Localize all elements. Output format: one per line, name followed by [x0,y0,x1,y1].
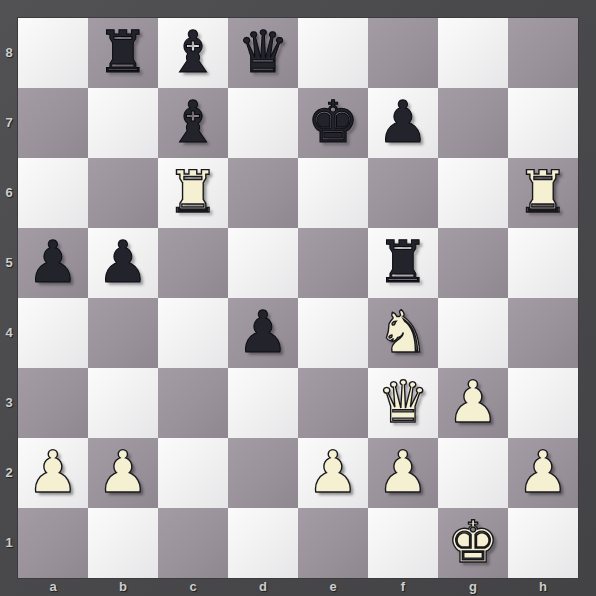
square-a5[interactable]: ♟ [18,228,88,298]
square-f5[interactable]: ♜ [368,228,438,298]
square-c5[interactable] [158,228,228,298]
square-e3[interactable] [298,368,368,438]
square-a8[interactable] [18,18,88,88]
square-a4[interactable] [18,298,88,368]
square-d8[interactable]: ♛ [228,18,298,88]
square-e2[interactable]: ♟ [298,438,368,508]
square-d5[interactable] [228,228,298,298]
square-h3[interactable] [508,368,578,438]
square-h6[interactable]: ♜ [508,158,578,228]
black-pawn-b5[interactable]: ♟ [88,228,158,298]
square-f6[interactable] [368,158,438,228]
black-rook-f5[interactable]: ♜ [368,228,438,298]
white-pawn-e2[interactable]: ♟ [298,438,368,508]
square-g7[interactable] [438,88,508,158]
square-f2[interactable]: ♟ [368,438,438,508]
square-g4[interactable] [438,298,508,368]
white-pawn-f2[interactable]: ♟ [368,438,438,508]
square-h1[interactable] [508,508,578,578]
square-a6[interactable] [18,158,88,228]
white-knight-f4[interactable]: ♞ [368,298,438,368]
rank-label-7: 7 [0,88,18,158]
square-h7[interactable] [508,88,578,158]
square-g1[interactable]: ♚ [438,508,508,578]
black-pawn-a5[interactable]: ♟ [18,228,88,298]
white-pawn-b2[interactable]: ♟ [88,438,158,508]
file-label-c: c [158,578,228,596]
square-g6[interactable] [438,158,508,228]
square-g8[interactable] [438,18,508,88]
square-e5[interactable] [298,228,368,298]
white-pawn-g3[interactable]: ♟ [438,368,508,438]
square-a2[interactable]: ♟ [18,438,88,508]
white-queen-f3[interactable]: ♛ [368,368,438,438]
square-b4[interactable] [88,298,158,368]
rank-label-2: 2 [0,438,18,508]
file-label-b: b [88,578,158,596]
square-b7[interactable] [88,88,158,158]
rank-label-3: 3 [0,368,18,438]
square-g5[interactable] [438,228,508,298]
square-b8[interactable]: ♜ [88,18,158,88]
square-d1[interactable] [228,508,298,578]
black-king-e7[interactable]: ♚ [298,88,368,158]
black-queen-d8[interactable]: ♛ [228,18,298,88]
file-label-e: e [298,578,368,596]
square-e8[interactable] [298,18,368,88]
white-king-g1[interactable]: ♚ [438,508,508,578]
square-a7[interactable] [18,88,88,158]
file-label-h: h [508,578,578,596]
square-e7[interactable]: ♚ [298,88,368,158]
black-pawn-f7[interactable]: ♟ [368,88,438,158]
square-h5[interactable] [508,228,578,298]
white-pawn-h2[interactable]: ♟ [508,438,578,508]
white-rook-c6[interactable]: ♜ [158,158,228,228]
square-a3[interactable] [18,368,88,438]
black-rook-b8[interactable]: ♜ [88,18,158,88]
square-e4[interactable] [298,298,368,368]
square-f1[interactable] [368,508,438,578]
square-b1[interactable] [88,508,158,578]
square-d7[interactable] [228,88,298,158]
square-e6[interactable] [298,158,368,228]
file-label-a: a [18,578,88,596]
black-bishop-c8[interactable]: ♝ [158,18,228,88]
rank-label-5: 5 [0,228,18,298]
square-b3[interactable] [88,368,158,438]
rank-label-4: 4 [0,298,18,368]
square-b2[interactable]: ♟ [88,438,158,508]
square-c3[interactable] [158,368,228,438]
square-f3[interactable]: ♛ [368,368,438,438]
square-f8[interactable] [368,18,438,88]
square-a1[interactable] [18,508,88,578]
black-bishop-c7[interactable]: ♝ [158,88,228,158]
square-h4[interactable] [508,298,578,368]
white-rook-h6[interactable]: ♜ [508,158,578,228]
chess-board: ♜♝♛♝♚♟♜♜♟♟♜♟♞♛♟♟♟♟♟♟♚ [18,18,578,578]
square-b6[interactable] [88,158,158,228]
file-label-d: d [228,578,298,596]
file-label-f: f [368,578,438,596]
square-d4[interactable]: ♟ [228,298,298,368]
square-d6[interactable] [228,158,298,228]
square-g3[interactable]: ♟ [438,368,508,438]
square-c8[interactable]: ♝ [158,18,228,88]
square-e1[interactable] [298,508,368,578]
square-b5[interactable]: ♟ [88,228,158,298]
black-pawn-d4[interactable]: ♟ [228,298,298,368]
square-h8[interactable] [508,18,578,88]
rank-label-1: 1 [0,508,18,578]
file-label-g: g [438,578,508,596]
square-d2[interactable] [228,438,298,508]
square-f4[interactable]: ♞ [368,298,438,368]
square-c6[interactable]: ♜ [158,158,228,228]
square-c4[interactable] [158,298,228,368]
square-f7[interactable]: ♟ [368,88,438,158]
square-d3[interactable] [228,368,298,438]
board-frame: ♜♝♛♝♚♟♜♜♟♟♜♟♞♛♟♟♟♟♟♟♚ 87654321 abcdefgh [0,0,596,596]
square-c1[interactable] [158,508,228,578]
rank-label-8: 8 [0,18,18,88]
white-pawn-a2[interactable]: ♟ [18,438,88,508]
square-c7[interactable]: ♝ [158,88,228,158]
square-c2[interactable] [158,438,228,508]
rank-label-6: 6 [0,158,18,228]
square-h2[interactable]: ♟ [508,438,578,508]
square-g2[interactable] [438,438,508,508]
